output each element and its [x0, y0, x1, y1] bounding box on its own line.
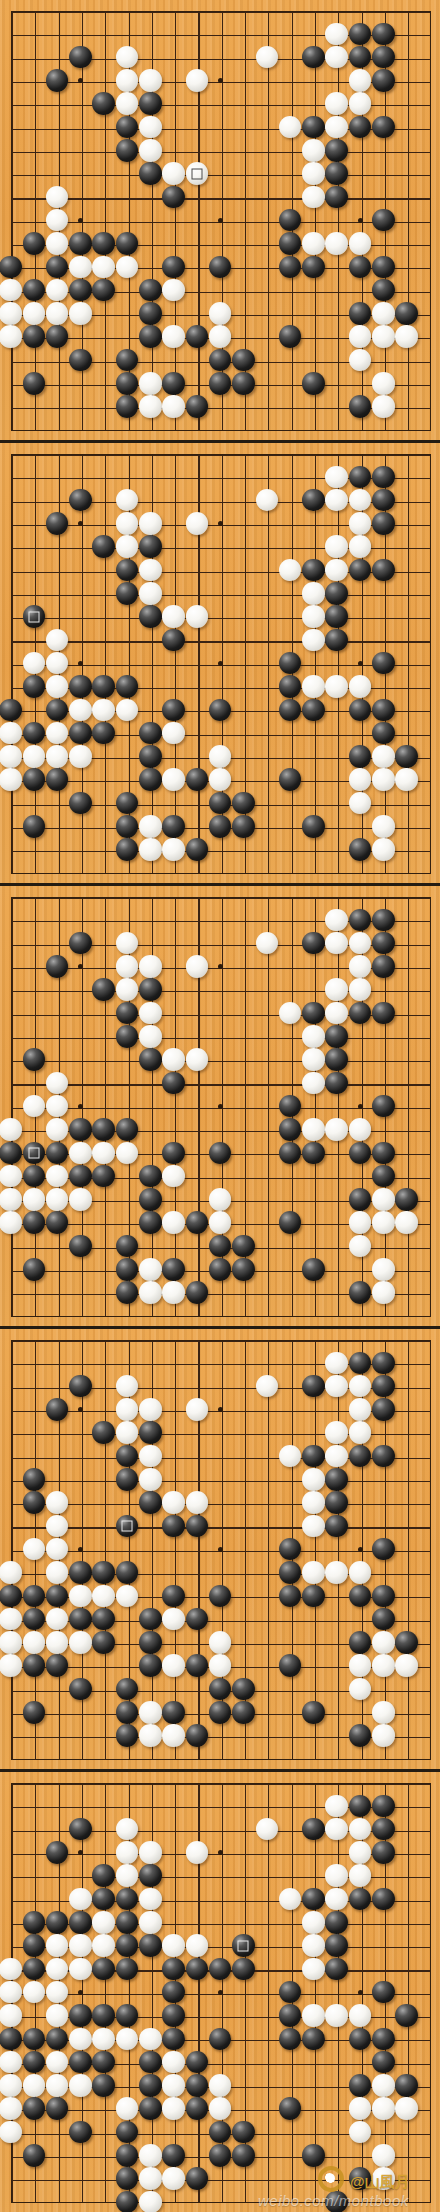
black-stone — [69, 279, 92, 302]
black-stone — [302, 372, 325, 395]
white-stone — [325, 1795, 348, 1818]
white-stone — [139, 372, 162, 395]
black-stone — [139, 1654, 162, 1677]
white-stone — [372, 1188, 395, 1211]
white-stone — [302, 1048, 325, 1071]
black-stone — [372, 69, 395, 92]
white-stone — [139, 395, 162, 418]
black-stone — [232, 372, 255, 395]
go-board-1 — [0, 0, 440, 440]
go-diagrams-stack: @山風月weibo.com/montbook — [0, 0, 440, 2212]
black-stone — [395, 2074, 418, 2097]
white-stone — [372, 302, 395, 325]
white-stone — [139, 1398, 162, 1421]
white-stone — [349, 325, 372, 348]
star-point — [358, 1104, 363, 1109]
black-stone — [349, 302, 372, 325]
last-move-marker — [238, 1940, 249, 1951]
black-stone — [395, 2004, 418, 2027]
white-stone — [349, 2097, 372, 2120]
black-stone — [92, 1421, 115, 1444]
black-stone — [209, 372, 232, 395]
white-stone — [186, 1491, 209, 1514]
black-stone — [372, 1841, 395, 1864]
white-stone — [302, 1515, 325, 1538]
black-stone — [372, 466, 395, 489]
white-stone — [139, 1002, 162, 1025]
white-stone — [139, 559, 162, 582]
white-stone — [0, 2074, 22, 2097]
white-stone — [372, 395, 395, 418]
white-stone — [46, 2004, 69, 2027]
black-stone — [92, 1561, 115, 1584]
black-stone — [139, 302, 162, 325]
black-stone — [139, 768, 162, 791]
white-stone — [116, 2097, 139, 2120]
white-stone — [46, 232, 69, 255]
star-point — [218, 1547, 223, 1552]
black-stone — [23, 1958, 46, 1981]
black-stone — [372, 955, 395, 978]
black-stone — [23, 1654, 46, 1677]
white-stone — [92, 699, 115, 722]
star-point — [78, 1547, 83, 1552]
white-stone — [46, 302, 69, 325]
white-stone — [302, 1025, 325, 1048]
white-stone — [302, 232, 325, 255]
white-stone — [0, 1188, 22, 1211]
white-stone — [302, 582, 325, 605]
black-stone — [69, 1375, 92, 1398]
black-stone — [325, 1911, 348, 1934]
black-stone — [23, 325, 46, 348]
white-stone — [349, 675, 372, 698]
white-stone — [325, 1002, 348, 1025]
white-stone — [162, 1491, 185, 1514]
black-stone — [349, 1631, 372, 1654]
white-stone — [186, 162, 209, 185]
black-stone — [372, 1888, 395, 1911]
white-stone — [302, 1958, 325, 1981]
black-stone — [186, 395, 209, 418]
white-stone — [92, 1142, 115, 1165]
black-stone — [69, 489, 92, 512]
black-stone — [349, 2074, 372, 2097]
black-stone — [0, 1585, 22, 1608]
white-stone — [302, 2004, 325, 2027]
black-stone — [23, 1258, 46, 1281]
star-point — [78, 1850, 83, 1855]
black-stone — [162, 2144, 185, 2167]
star-point — [78, 1407, 83, 1412]
white-stone — [349, 1211, 372, 1234]
black-stone — [325, 1958, 348, 1981]
white-stone — [0, 325, 22, 348]
white-stone — [69, 1142, 92, 1165]
black-stone — [116, 582, 139, 605]
white-stone — [0, 2051, 22, 2074]
white-stone — [302, 1072, 325, 1095]
black-stone — [302, 1585, 325, 1608]
white-stone — [162, 2051, 185, 2074]
black-stone — [139, 1165, 162, 1188]
white-stone — [139, 1025, 162, 1048]
white-stone — [162, 2167, 185, 2190]
black-stone — [116, 1468, 139, 1491]
black-stone — [232, 349, 255, 372]
black-stone — [372, 1608, 395, 1631]
go-board-4 — [0, 1329, 440, 1769]
black-stone — [46, 69, 69, 92]
black-stone — [372, 1445, 395, 1468]
black-stone — [372, 2028, 395, 2051]
white-stone — [395, 1211, 418, 1234]
white-stone — [186, 1934, 209, 1957]
star-point — [218, 521, 223, 526]
black-stone — [349, 2167, 372, 2190]
black-stone — [209, 2144, 232, 2167]
white-stone — [139, 1445, 162, 1468]
black-stone — [92, 675, 115, 698]
black-stone — [325, 605, 348, 628]
black-stone — [23, 1142, 46, 1165]
black-stone — [232, 1235, 255, 1258]
white-stone — [302, 1468, 325, 1491]
white-stone — [23, 2074, 46, 2097]
white-stone — [69, 1934, 92, 1957]
black-stone — [139, 1188, 162, 1211]
white-stone — [349, 955, 372, 978]
black-stone — [372, 489, 395, 512]
black-stone — [69, 1911, 92, 1934]
black-stone — [162, 815, 185, 838]
black-stone — [186, 2097, 209, 2120]
white-stone — [302, 139, 325, 162]
white-stone — [139, 2167, 162, 2190]
white-stone — [0, 1118, 22, 1141]
black-stone — [23, 372, 46, 395]
white-stone — [325, 23, 348, 46]
black-stone — [23, 2097, 46, 2120]
black-stone — [139, 162, 162, 185]
white-stone — [69, 1631, 92, 1654]
black-stone — [372, 116, 395, 139]
black-stone — [23, 1048, 46, 1071]
go-board-3 — [0, 886, 440, 1326]
white-stone — [139, 1701, 162, 1724]
black-stone — [23, 1934, 46, 1957]
black-stone — [162, 1958, 185, 1981]
white-stone — [349, 2004, 372, 2027]
black-stone — [279, 232, 302, 255]
black-stone — [69, 232, 92, 255]
white-stone — [302, 1118, 325, 1141]
white-stone — [349, 535, 372, 558]
black-stone — [162, 1258, 185, 1281]
black-stone — [69, 46, 92, 69]
star-point — [218, 218, 223, 223]
black-stone — [372, 1375, 395, 1398]
white-stone — [162, 1934, 185, 1957]
white-stone — [139, 116, 162, 139]
black-stone — [46, 955, 69, 978]
white-stone — [69, 2028, 92, 2051]
black-stone — [92, 978, 115, 1001]
black-stone — [186, 2167, 209, 2190]
white-stone — [0, 302, 22, 325]
black-stone — [372, 559, 395, 582]
white-stone — [372, 1211, 395, 1234]
black-stone — [69, 675, 92, 698]
black-stone — [232, 1258, 255, 1281]
black-stone — [186, 768, 209, 791]
white-stone — [116, 512, 139, 535]
white-stone — [162, 1724, 185, 1747]
white-stone — [69, 256, 92, 279]
black-stone — [139, 605, 162, 628]
black-stone — [116, 1118, 139, 1141]
white-stone — [116, 535, 139, 558]
white-stone — [69, 699, 92, 722]
white-stone — [139, 1911, 162, 1934]
black-stone — [372, 1538, 395, 1561]
white-stone — [0, 279, 22, 302]
black-stone — [69, 2121, 92, 2144]
white-stone — [302, 1561, 325, 1584]
black-stone — [23, 1585, 46, 1608]
white-stone — [69, 1188, 92, 1211]
white-stone — [0, 1165, 22, 1188]
black-stone — [372, 1002, 395, 1025]
black-stone — [232, 792, 255, 815]
white-stone — [139, 1724, 162, 1747]
black-stone — [186, 1654, 209, 1677]
white-stone — [372, 325, 395, 348]
black-stone — [69, 1818, 92, 1841]
black-stone — [116, 838, 139, 861]
white-stone — [92, 1911, 115, 1934]
white-stone — [349, 1398, 372, 1421]
white-stone — [162, 1048, 185, 1071]
white-stone — [46, 1118, 69, 1141]
black-stone — [372, 932, 395, 955]
black-stone — [139, 1421, 162, 1444]
white-stone — [325, 559, 348, 582]
black-stone — [349, 1281, 372, 1304]
black-stone — [186, 2074, 209, 2097]
black-stone — [302, 815, 325, 838]
white-stone — [23, 745, 46, 768]
white-stone — [69, 2074, 92, 2097]
white-stone — [186, 955, 209, 978]
black-stone — [92, 1118, 115, 1141]
black-stone — [302, 1002, 325, 1025]
star-point — [358, 661, 363, 666]
black-stone — [92, 2074, 115, 2097]
white-stone — [349, 69, 372, 92]
black-stone — [162, 2028, 185, 2051]
white-stone — [325, 909, 348, 932]
black-stone — [23, 768, 46, 791]
white-stone — [69, 745, 92, 768]
go-board-5: @山風月weibo.com/montbook — [0, 1772, 440, 2212]
white-stone — [116, 1421, 139, 1444]
white-stone — [325, 1888, 348, 1911]
white-stone — [46, 675, 69, 698]
white-stone — [372, 1631, 395, 1654]
black-stone — [302, 1142, 325, 1165]
black-stone — [0, 699, 22, 722]
white-stone — [372, 2167, 395, 2190]
white-stone — [162, 325, 185, 348]
black-stone — [302, 116, 325, 139]
white-stone — [325, 535, 348, 558]
black-stone — [372, 699, 395, 722]
black-stone — [279, 1561, 302, 1584]
black-stone — [69, 1165, 92, 1188]
white-stone — [209, 1188, 232, 1211]
white-stone — [116, 1398, 139, 1421]
black-stone — [92, 535, 115, 558]
white-stone — [325, 2004, 348, 2027]
black-stone — [325, 1072, 348, 1095]
white-stone — [139, 1468, 162, 1491]
white-stone — [0, 1654, 22, 1677]
black-stone — [23, 675, 46, 698]
black-stone — [162, 256, 185, 279]
last-move-marker — [28, 1147, 39, 1158]
black-stone — [325, 2191, 348, 2212]
white-stone — [325, 92, 348, 115]
black-stone — [139, 745, 162, 768]
star-point — [218, 661, 223, 666]
black-stone — [302, 1888, 325, 1911]
white-stone — [372, 768, 395, 791]
star-point — [358, 218, 363, 223]
black-stone — [372, 1981, 395, 2004]
white-stone — [349, 1421, 372, 1444]
white-stone — [325, 1864, 348, 1887]
white-stone — [139, 838, 162, 861]
black-stone — [325, 139, 348, 162]
black-stone — [23, 1911, 46, 1934]
black-stone — [116, 1281, 139, 1304]
white-stone — [139, 1281, 162, 1304]
white-stone — [162, 605, 185, 628]
white-stone — [302, 675, 325, 698]
black-stone — [162, 1701, 185, 1724]
black-stone — [349, 1724, 372, 1747]
black-stone — [0, 256, 22, 279]
black-stone — [92, 1958, 115, 1981]
white-stone — [162, 1281, 185, 1304]
white-stone — [302, 162, 325, 185]
black-stone — [116, 1724, 139, 1747]
white-stone — [92, 1585, 115, 1608]
white-stone — [116, 69, 139, 92]
black-stone — [232, 1958, 255, 1981]
black-stone — [302, 489, 325, 512]
white-stone — [349, 1841, 372, 1864]
black-stone — [325, 186, 348, 209]
white-stone — [395, 2097, 418, 2120]
star-point — [218, 1407, 223, 1412]
white-stone — [325, 1352, 348, 1375]
black-stone — [395, 1631, 418, 1654]
black-stone — [372, 2051, 395, 2074]
white-stone — [23, 302, 46, 325]
white-stone — [162, 2074, 185, 2097]
black-stone — [92, 1888, 115, 1911]
black-stone — [232, 1701, 255, 1724]
black-stone — [139, 1631, 162, 1654]
black-stone — [116, 2144, 139, 2167]
go-board-2 — [0, 443, 440, 883]
white-stone — [349, 768, 372, 791]
black-stone — [139, 2097, 162, 2120]
white-stone — [349, 512, 372, 535]
white-stone — [116, 1841, 139, 1864]
black-stone — [325, 1934, 348, 1957]
white-stone — [209, 302, 232, 325]
black-stone — [69, 1678, 92, 1701]
black-stone — [325, 582, 348, 605]
black-stone — [302, 256, 325, 279]
white-stone — [349, 1654, 372, 1677]
black-stone — [209, 1258, 232, 1281]
black-stone — [139, 1491, 162, 1514]
white-stone — [395, 768, 418, 791]
star-point — [218, 78, 223, 83]
star-point — [78, 1990, 83, 1995]
white-stone — [302, 605, 325, 628]
black-stone — [302, 1445, 325, 1468]
black-stone — [139, 1934, 162, 1957]
white-stone — [0, 1211, 22, 1234]
white-stone — [349, 978, 372, 1001]
black-stone — [372, 909, 395, 932]
white-stone — [139, 1841, 162, 1864]
white-stone — [349, 1561, 372, 1584]
white-stone — [372, 838, 395, 861]
white-stone — [325, 116, 348, 139]
white-stone — [116, 978, 139, 1001]
black-stone — [372, 652, 395, 675]
white-stone — [209, 745, 232, 768]
black-stone — [372, 1142, 395, 1165]
black-stone — [23, 232, 46, 255]
white-stone — [372, 1701, 395, 1724]
white-stone — [69, 1888, 92, 1911]
white-stone — [69, 302, 92, 325]
white-stone — [186, 1841, 209, 1864]
white-stone — [162, 395, 185, 418]
black-stone — [139, 978, 162, 1001]
black-stone — [209, 1701, 232, 1724]
white-stone — [162, 1608, 185, 1631]
black-stone — [232, 1934, 255, 1957]
white-stone — [372, 1258, 395, 1281]
white-stone — [186, 1398, 209, 1421]
black-stone — [162, 1515, 185, 1538]
star-point — [358, 1990, 363, 1995]
black-stone — [139, 1864, 162, 1887]
black-stone — [116, 2191, 139, 2212]
black-stone — [302, 1375, 325, 1398]
black-stone — [279, 675, 302, 698]
white-stone — [186, 69, 209, 92]
star-point — [78, 521, 83, 526]
